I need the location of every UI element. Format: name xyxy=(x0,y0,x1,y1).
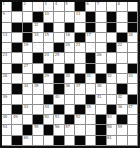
grid-cell[interactable] xyxy=(33,2,43,12)
clue-number: 49 xyxy=(13,115,18,119)
grid-cell[interactable]: 42 xyxy=(117,95,127,105)
grid-cell[interactable]: 58 xyxy=(107,125,117,135)
grid-cell[interactable] xyxy=(54,33,64,43)
clue-number: 36 xyxy=(65,84,70,88)
black-cell xyxy=(86,12,96,22)
grid-cell[interactable] xyxy=(12,125,22,135)
grid-cell[interactable] xyxy=(86,125,96,135)
grid-cell[interactable]: 49 xyxy=(12,115,22,125)
clue-number: 30 xyxy=(65,74,70,78)
black-cell xyxy=(12,43,22,53)
grid-cell[interactable] xyxy=(86,115,96,125)
grid-cell[interactable] xyxy=(65,53,75,63)
grid-cell[interactable]: 33 xyxy=(128,74,138,84)
clue-number: 16 xyxy=(65,33,70,37)
black-cell xyxy=(23,125,33,135)
clue-number: 17 xyxy=(86,33,91,37)
grid-cell[interactable] xyxy=(75,64,85,74)
grid-cell[interactable] xyxy=(12,95,22,105)
grid-cell[interactable] xyxy=(128,84,138,94)
grid-cell[interactable] xyxy=(75,95,85,105)
crossword-grid: 1234567891011121314151617181920212223242… xyxy=(0,0,140,148)
clue-number: 21 xyxy=(76,43,81,47)
grid-cell[interactable] xyxy=(23,74,33,84)
grid-cell[interactable] xyxy=(107,95,117,105)
black-cell xyxy=(23,33,33,43)
grid-cell[interactable] xyxy=(86,43,96,53)
grid-cell[interactable] xyxy=(65,95,75,105)
grid-cell[interactable] xyxy=(117,12,127,22)
black-cell xyxy=(107,43,117,53)
grid-cell[interactable] xyxy=(117,74,127,84)
grid-cell[interactable] xyxy=(117,136,127,146)
grid-cell[interactable] xyxy=(23,12,33,22)
black-cell xyxy=(75,74,85,84)
clue-number: 20 xyxy=(65,43,70,47)
grid-cell[interactable] xyxy=(128,125,138,135)
black-cell xyxy=(75,136,85,146)
clue-number: 3 xyxy=(44,2,46,6)
grid-cell[interactable]: 1 xyxy=(2,2,12,12)
grid-cell[interactable] xyxy=(33,105,43,115)
black-cell xyxy=(96,125,106,135)
black-cell xyxy=(65,115,75,125)
grid-cell[interactable] xyxy=(96,33,106,43)
grid-cell[interactable]: 41 xyxy=(96,95,106,105)
clue-number: 53 xyxy=(107,115,112,119)
clue-number: 24 xyxy=(44,53,49,57)
grid-cell[interactable]: 35 xyxy=(33,84,43,94)
black-cell xyxy=(33,53,43,63)
grid-cell[interactable] xyxy=(107,84,117,94)
clue-number: 48 xyxy=(3,115,8,119)
grid-cell[interactable] xyxy=(33,64,43,74)
grid-cell[interactable]: 55 xyxy=(33,125,43,135)
grid-cell[interactable] xyxy=(2,43,12,53)
clue-number: 7 xyxy=(97,2,99,6)
grid-cell[interactable] xyxy=(2,84,12,94)
grid-cell[interactable]: 61 xyxy=(107,136,117,146)
grid-cell[interactable]: 59 xyxy=(117,125,127,135)
clue-number: 58 xyxy=(107,125,112,129)
clue-number: 56 xyxy=(55,125,60,129)
clue-number: 9 xyxy=(3,12,5,16)
black-cell xyxy=(128,64,138,74)
grid-cell[interactable] xyxy=(12,74,22,84)
grid-cell[interactable]: 5 xyxy=(65,2,75,12)
grid-cell[interactable]: 19 xyxy=(23,43,33,53)
black-cell xyxy=(128,23,138,33)
grid-cell[interactable]: 29 xyxy=(44,74,54,84)
black-cell xyxy=(75,105,85,115)
clue-number: 4 xyxy=(55,2,57,6)
black-cell xyxy=(117,84,127,94)
black-cell xyxy=(86,95,96,105)
black-cell xyxy=(54,84,64,94)
grid-cell[interactable] xyxy=(65,12,75,22)
clue-number: 34 xyxy=(23,84,28,88)
grid-cell[interactable] xyxy=(117,53,127,63)
clue-number: 31 xyxy=(86,74,91,78)
grid-cell[interactable] xyxy=(86,136,96,146)
grid-cell[interactable]: 18 xyxy=(128,33,138,43)
grid-cell[interactable]: 24 xyxy=(44,53,54,63)
clue-number: 51 xyxy=(55,115,60,119)
grid-cell[interactable] xyxy=(44,84,54,94)
black-cell xyxy=(75,33,85,43)
grid-cell[interactable] xyxy=(107,33,117,43)
grid-cell[interactable] xyxy=(2,105,12,115)
grid-cell[interactable]: 6 xyxy=(86,2,96,12)
black-cell xyxy=(44,95,54,105)
grid-cell[interactable] xyxy=(117,23,127,33)
black-cell xyxy=(54,43,64,53)
clue-number: 12 xyxy=(34,23,39,27)
grid-cell[interactable]: 16 xyxy=(65,33,75,43)
black-cell xyxy=(44,125,54,135)
clue-number: 6 xyxy=(86,2,88,6)
clue-number: 28 xyxy=(3,74,8,78)
grid-cell[interactable] xyxy=(128,115,138,125)
black-cell xyxy=(96,136,106,146)
clue-number: 42 xyxy=(118,95,123,99)
grid-cell[interactable]: 44 xyxy=(44,105,54,115)
clue-number: 23 xyxy=(3,53,8,57)
clue-number: 61 xyxy=(107,136,112,140)
grid-cell[interactable] xyxy=(44,136,54,146)
clue-number: 59 xyxy=(118,125,123,129)
grid-cell[interactable]: 48 xyxy=(2,115,12,125)
black-cell xyxy=(54,105,64,115)
grid-cell[interactable]: 46 xyxy=(117,105,127,115)
black-cell xyxy=(86,64,96,74)
clue-number: 38 xyxy=(97,84,102,88)
grid-cell[interactable] xyxy=(33,43,43,53)
clue-number: 47 xyxy=(128,105,133,109)
black-cell xyxy=(128,95,138,105)
grid-cell[interactable] xyxy=(128,53,138,63)
grid-cell[interactable]: 50 xyxy=(44,115,54,125)
black-cell xyxy=(33,74,43,84)
grid-cell[interactable] xyxy=(128,2,138,12)
grid-cell[interactable]: 9 xyxy=(2,12,12,22)
grid-cell[interactable]: 57 xyxy=(65,125,75,135)
black-cell xyxy=(96,115,106,125)
black-cell xyxy=(54,136,64,146)
grid-cell[interactable]: 20 xyxy=(65,43,75,53)
grid-cell[interactable] xyxy=(23,95,33,105)
black-cell xyxy=(107,64,117,74)
grid-cell[interactable] xyxy=(75,53,85,63)
black-cell xyxy=(54,74,64,84)
black-cell xyxy=(107,23,117,33)
clue-number: 39 xyxy=(3,95,8,99)
grid-cell[interactable] xyxy=(75,125,85,135)
black-cell xyxy=(86,23,96,33)
clue-number: 2 xyxy=(23,2,25,6)
grid-cell[interactable]: 28 xyxy=(2,74,12,84)
clue-number: 25 xyxy=(55,53,60,57)
grid-cell[interactable] xyxy=(96,23,106,33)
clue-number: 33 xyxy=(128,74,133,78)
black-cell xyxy=(44,64,54,74)
grid-cell[interactable]: 3 xyxy=(44,2,54,12)
grid-cell[interactable]: 39 xyxy=(2,95,12,105)
grid-cell[interactable]: 12 xyxy=(33,23,43,33)
clue-number: 46 xyxy=(118,105,123,109)
clue-number: 8 xyxy=(118,2,120,6)
grid-cell[interactable]: 26 xyxy=(96,53,106,63)
clue-number: 14 xyxy=(34,33,39,37)
grid-cell[interactable] xyxy=(44,43,54,53)
grid-cell[interactable]: 31 xyxy=(86,74,96,84)
grid-cell[interactable]: 14 xyxy=(33,33,43,43)
grid-cell[interactable] xyxy=(2,23,12,33)
black-cell xyxy=(107,12,117,22)
clue-number: 54 xyxy=(3,125,8,129)
black-cell xyxy=(23,23,33,33)
grid-cell[interactable] xyxy=(2,64,12,74)
clue-number: 45 xyxy=(86,105,91,109)
grid-cell[interactable] xyxy=(96,43,106,53)
grid-cell[interactable]: 27 xyxy=(23,64,33,74)
grid-cell[interactable]: 36 xyxy=(65,84,75,94)
grid-cell[interactable]: 37 xyxy=(75,84,85,94)
grid-cell[interactable] xyxy=(96,64,106,74)
grid-cell[interactable] xyxy=(65,136,75,146)
clue-number: 19 xyxy=(23,43,28,47)
clue-number: 22 xyxy=(118,43,123,47)
clue-number: 37 xyxy=(76,84,81,88)
black-cell xyxy=(12,64,22,74)
clue-number: 50 xyxy=(44,115,49,119)
clue-number: 27 xyxy=(23,64,28,68)
black-cell xyxy=(44,23,54,33)
grid-cell[interactable]: 11 xyxy=(75,12,85,22)
grid-cell[interactable] xyxy=(33,136,43,146)
grid-cell[interactable] xyxy=(2,136,12,146)
black-cell xyxy=(12,23,22,33)
black-cell xyxy=(75,2,85,12)
grid-cell[interactable]: 17 xyxy=(86,33,96,43)
grid-cell[interactable]: 15 xyxy=(44,33,54,43)
clue-number: 35 xyxy=(34,84,39,88)
grid-cell[interactable]: 21 xyxy=(75,43,85,53)
clue-number: 41 xyxy=(97,95,102,99)
grid-cell[interactable]: 43 xyxy=(23,105,33,115)
grid-cell[interactable]: 54 xyxy=(2,125,12,135)
grid-cell[interactable] xyxy=(12,53,22,63)
clue-number: 32 xyxy=(107,74,112,78)
clue-number: 40 xyxy=(55,95,60,99)
grid-cell[interactable]: 30 xyxy=(65,74,75,84)
grid-cell[interactable]: 52 xyxy=(75,115,85,125)
clue-number: 52 xyxy=(76,115,81,119)
clue-number: 13 xyxy=(3,33,8,37)
grid-cell[interactable]: 34 xyxy=(23,84,33,94)
grid-cell[interactable] xyxy=(54,23,64,33)
clue-number: 57 xyxy=(65,125,70,129)
clue-number: 60 xyxy=(23,136,28,140)
grid-cell[interactable]: 45 xyxy=(86,105,96,115)
clue-number: 11 xyxy=(76,12,81,16)
grid-cell[interactable] xyxy=(107,2,117,12)
grid-cell[interactable]: 10 xyxy=(44,12,54,22)
grid-cell[interactable]: 25 xyxy=(54,53,64,63)
grid-cell[interactable] xyxy=(65,105,75,115)
grid-cell[interactable] xyxy=(12,33,22,43)
grid-cell[interactable] xyxy=(54,64,64,74)
grid-cell[interactable]: 23 xyxy=(2,53,12,63)
black-cell xyxy=(12,84,22,94)
grid-cell[interactable] xyxy=(96,12,106,22)
clue-number: 1 xyxy=(3,2,5,6)
black-cell xyxy=(12,105,22,115)
grid-cell[interactable] xyxy=(128,136,138,146)
black-cell xyxy=(12,136,22,146)
grid-cell[interactable] xyxy=(33,95,43,105)
grid-cell[interactable]: 13 xyxy=(2,33,12,43)
clue-number: 15 xyxy=(44,33,49,37)
grid-cell[interactable]: 2 xyxy=(23,2,33,12)
black-cell xyxy=(96,74,106,84)
clue-number: 10 xyxy=(44,12,49,16)
clue-number: 43 xyxy=(23,105,28,109)
grid-cell[interactable]: 51 xyxy=(54,115,64,125)
grid-cell[interactable] xyxy=(128,43,138,53)
black-cell xyxy=(117,115,127,125)
grid-cell[interactable] xyxy=(23,53,33,63)
grid-cell[interactable]: 22 xyxy=(117,43,127,53)
grid-cell[interactable]: 56 xyxy=(54,125,64,135)
grid-cell[interactable] xyxy=(117,64,127,74)
grid-cell[interactable]: 7 xyxy=(96,2,106,12)
grid-cell[interactable]: 8 xyxy=(117,2,127,12)
black-cell xyxy=(117,33,127,43)
black-cell xyxy=(107,105,117,115)
grid-cell[interactable] xyxy=(86,84,96,94)
black-cell xyxy=(12,2,22,12)
black-cell xyxy=(33,115,43,125)
black-cell xyxy=(65,64,75,74)
grid-cell[interactable] xyxy=(23,115,33,125)
black-cell xyxy=(33,12,43,22)
grid-cell[interactable]: 4 xyxy=(54,2,64,12)
grid-cell[interactable] xyxy=(12,12,22,22)
clue-number: 5 xyxy=(65,2,67,6)
grid-cell[interactable] xyxy=(96,105,106,115)
clue-number: 26 xyxy=(97,53,102,57)
clue-number: 29 xyxy=(44,74,49,78)
grid-cell[interactable] xyxy=(54,12,64,22)
black-cell xyxy=(65,23,75,33)
grid-cell[interactable] xyxy=(75,23,85,33)
grid-cell[interactable]: 38 xyxy=(96,84,106,94)
grid-cell[interactable]: 40 xyxy=(54,95,64,105)
grid-cell[interactable]: 60 xyxy=(23,136,33,146)
clue-number: 18 xyxy=(128,33,133,37)
grid-cell[interactable]: 32 xyxy=(107,74,117,84)
grid-cell[interactable]: 53 xyxy=(107,115,117,125)
black-cell xyxy=(86,53,96,63)
black-cell xyxy=(128,12,138,22)
clue-number: 44 xyxy=(44,105,49,109)
grid-cell[interactable] xyxy=(107,53,117,63)
grid-cell[interactable]: 47 xyxy=(128,105,138,115)
clue-number: 55 xyxy=(34,125,39,129)
